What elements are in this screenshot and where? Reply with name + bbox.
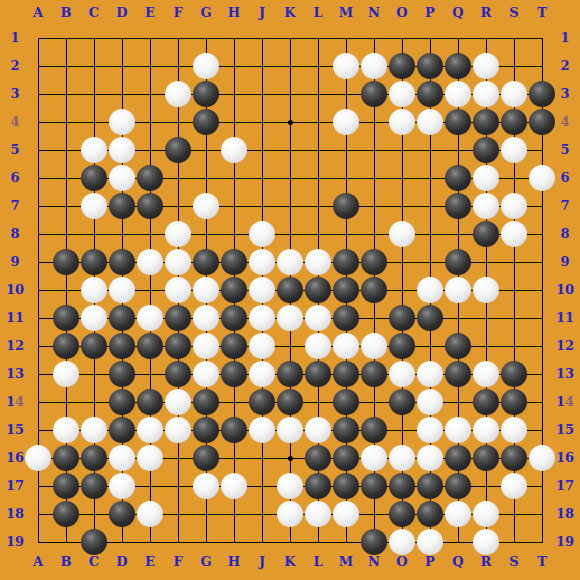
row-label-right: 9 — [550, 254, 580, 270]
row-label-left: 8 — [0, 226, 30, 242]
row-label-left: 1 — [0, 30, 30, 46]
row-label-right: 6 — [550, 170, 580, 186]
white-stone — [165, 277, 191, 303]
black-stone — [389, 473, 415, 499]
white-stone — [417, 277, 443, 303]
black-stone — [221, 249, 247, 275]
white-stone — [165, 417, 191, 443]
white-stone — [109, 109, 135, 135]
white-stone — [445, 81, 471, 107]
white-stone — [473, 165, 499, 191]
white-stone — [109, 165, 135, 191]
black-stone — [193, 109, 219, 135]
column-label-bottom: B — [52, 554, 80, 570]
column-label-bottom: C — [80, 554, 108, 570]
black-stone — [333, 305, 359, 331]
white-stone — [473, 277, 499, 303]
white-stone — [193, 305, 219, 331]
white-stone — [473, 53, 499, 79]
black-stone — [109, 193, 135, 219]
black-stone — [389, 305, 415, 331]
row-label-left: 2 — [0, 58, 30, 74]
white-stone — [389, 445, 415, 471]
white-stone — [361, 53, 387, 79]
black-stone — [249, 389, 275, 415]
black-stone — [81, 529, 107, 555]
black-stone — [165, 305, 191, 331]
white-stone — [221, 473, 247, 499]
row-label-left: 3 — [0, 86, 30, 102]
column-label-top: N — [360, 5, 388, 21]
white-stone — [305, 501, 331, 527]
white-stone — [389, 361, 415, 387]
row-label-right: 3 — [550, 86, 580, 102]
row-label-right: 2 — [550, 58, 580, 74]
white-stone — [221, 137, 247, 163]
column-label-top: D — [108, 5, 136, 21]
white-stone — [249, 277, 275, 303]
column-label-bottom: Q — [444, 554, 472, 570]
row-label-right: 18 — [550, 506, 580, 522]
black-stone — [501, 445, 527, 471]
black-stone — [417, 501, 443, 527]
black-stone — [109, 333, 135, 359]
column-label-bottom: D — [108, 554, 136, 570]
column-label-top: J — [248, 5, 276, 21]
column-label-bottom: G — [192, 554, 220, 570]
column-label-top: T — [528, 5, 556, 21]
black-stone — [445, 109, 471, 135]
black-stone — [501, 389, 527, 415]
column-label-bottom: S — [500, 554, 528, 570]
star-point — [288, 120, 293, 125]
white-stone — [249, 221, 275, 247]
row-label-right: 7 — [550, 198, 580, 214]
row-label-left: 11 — [0, 310, 30, 326]
column-label-bottom: K — [276, 554, 304, 570]
white-stone — [277, 249, 303, 275]
column-label-top: O — [388, 5, 416, 21]
white-stone — [501, 193, 527, 219]
black-stone — [501, 109, 527, 135]
black-stone — [137, 165, 163, 191]
row-label-right: 14 — [550, 394, 580, 410]
column-label-bottom: H — [220, 554, 248, 570]
column-label-top: L — [304, 5, 332, 21]
black-stone — [193, 249, 219, 275]
white-stone — [389, 81, 415, 107]
white-stone — [193, 473, 219, 499]
column-label-bottom: L — [304, 554, 332, 570]
black-stone — [165, 361, 191, 387]
black-stone — [137, 193, 163, 219]
black-stone — [277, 389, 303, 415]
black-stone — [333, 445, 359, 471]
black-stone — [277, 277, 303, 303]
black-stone — [221, 333, 247, 359]
column-label-top: C — [80, 5, 108, 21]
white-stone — [445, 277, 471, 303]
black-stone — [193, 445, 219, 471]
white-stone — [137, 445, 163, 471]
white-stone — [109, 277, 135, 303]
black-stone — [445, 445, 471, 471]
column-label-top: R — [472, 5, 500, 21]
white-stone — [501, 473, 527, 499]
white-stone — [277, 501, 303, 527]
black-stone — [221, 277, 247, 303]
white-stone — [473, 193, 499, 219]
white-stone — [193, 277, 219, 303]
white-stone — [137, 501, 163, 527]
row-label-left: 16 — [0, 450, 30, 466]
white-stone — [333, 53, 359, 79]
white-stone — [501, 417, 527, 443]
white-stone — [417, 445, 443, 471]
column-label-bottom: M — [332, 554, 360, 570]
black-stone — [305, 445, 331, 471]
black-stone — [109, 389, 135, 415]
black-stone — [305, 361, 331, 387]
white-stone — [417, 361, 443, 387]
go-board: ABCDEFGHJKLMNOPQRST ABCDEFGHJKLMNOPQRST … — [0, 0, 580, 580]
star-point — [288, 456, 293, 461]
black-stone — [361, 249, 387, 275]
column-label-top: A — [24, 5, 52, 21]
row-label-right: 10 — [550, 282, 580, 298]
black-stone — [109, 417, 135, 443]
white-stone — [165, 81, 191, 107]
black-stone — [389, 333, 415, 359]
row-label-left: 12 — [0, 338, 30, 354]
row-label-right: 1 — [550, 30, 580, 46]
white-stone — [445, 501, 471, 527]
white-stone — [249, 361, 275, 387]
row-label-left: 15 — [0, 422, 30, 438]
black-stone — [333, 361, 359, 387]
column-label-bottom: F — [164, 554, 192, 570]
black-stone — [417, 305, 443, 331]
white-stone — [81, 417, 107, 443]
white-stone — [277, 473, 303, 499]
white-stone — [81, 137, 107, 163]
column-label-top: B — [52, 5, 80, 21]
black-stone — [81, 445, 107, 471]
black-stone — [81, 165, 107, 191]
white-stone — [305, 305, 331, 331]
black-stone — [109, 305, 135, 331]
black-stone — [501, 361, 527, 387]
black-stone — [137, 333, 163, 359]
black-stone — [445, 165, 471, 191]
white-stone — [81, 305, 107, 331]
row-label-left: 6 — [0, 170, 30, 186]
black-stone — [389, 53, 415, 79]
white-stone — [361, 445, 387, 471]
white-stone — [137, 305, 163, 331]
white-stone — [445, 417, 471, 443]
black-stone — [109, 361, 135, 387]
black-stone — [333, 389, 359, 415]
white-stone — [53, 417, 79, 443]
black-stone — [361, 277, 387, 303]
black-stone — [473, 389, 499, 415]
column-label-top: S — [500, 5, 528, 21]
black-stone — [333, 277, 359, 303]
row-label-left: 7 — [0, 198, 30, 214]
black-stone — [445, 333, 471, 359]
black-stone — [333, 193, 359, 219]
black-stone — [445, 473, 471, 499]
black-stone — [81, 333, 107, 359]
white-stone — [109, 445, 135, 471]
white-stone — [249, 333, 275, 359]
white-stone — [137, 249, 163, 275]
white-stone — [165, 221, 191, 247]
row-label-right: 5 — [550, 142, 580, 158]
white-stone — [501, 221, 527, 247]
black-stone — [109, 501, 135, 527]
row-label-right: 4 — [550, 114, 580, 130]
black-stone — [81, 249, 107, 275]
black-stone — [305, 473, 331, 499]
white-stone — [81, 193, 107, 219]
black-stone — [445, 193, 471, 219]
black-stone — [417, 473, 443, 499]
white-stone — [361, 333, 387, 359]
column-label-top: K — [276, 5, 304, 21]
column-label-top: F — [164, 5, 192, 21]
black-stone — [53, 305, 79, 331]
white-stone — [249, 417, 275, 443]
white-stone — [473, 417, 499, 443]
row-label-left: 14 — [0, 394, 30, 410]
white-stone — [389, 221, 415, 247]
white-stone — [277, 417, 303, 443]
white-stone — [333, 333, 359, 359]
white-stone — [389, 109, 415, 135]
black-stone — [221, 361, 247, 387]
white-stone — [417, 109, 443, 135]
black-stone — [361, 417, 387, 443]
black-stone — [333, 417, 359, 443]
column-label-top: M — [332, 5, 360, 21]
white-stone — [305, 333, 331, 359]
row-label-right: 8 — [550, 226, 580, 242]
white-stone — [333, 109, 359, 135]
column-label-bottom: P — [416, 554, 444, 570]
column-label-top: P — [416, 5, 444, 21]
black-stone — [193, 389, 219, 415]
column-label-top: H — [220, 5, 248, 21]
column-label-bottom: J — [248, 554, 276, 570]
white-stone — [193, 53, 219, 79]
row-label-right: 13 — [550, 366, 580, 382]
white-stone — [249, 249, 275, 275]
black-stone — [193, 81, 219, 107]
row-label-left: 13 — [0, 366, 30, 382]
white-stone — [333, 501, 359, 527]
row-label-left: 17 — [0, 478, 30, 494]
black-stone — [361, 473, 387, 499]
column-label-top: G — [192, 5, 220, 21]
black-stone — [417, 53, 443, 79]
white-stone — [417, 417, 443, 443]
black-stone — [361, 361, 387, 387]
white-stone — [389, 529, 415, 555]
column-label-bottom: E — [136, 554, 164, 570]
black-stone — [389, 501, 415, 527]
black-stone — [333, 249, 359, 275]
black-stone — [165, 137, 191, 163]
white-stone — [193, 333, 219, 359]
black-stone — [361, 81, 387, 107]
white-stone — [277, 305, 303, 331]
row-label-left: 10 — [0, 282, 30, 298]
black-stone — [81, 473, 107, 499]
black-stone — [445, 249, 471, 275]
black-stone — [53, 473, 79, 499]
column-label-bottom: O — [388, 554, 416, 570]
column-label-top: E — [136, 5, 164, 21]
row-label-left: 19 — [0, 534, 30, 550]
black-stone — [109, 249, 135, 275]
black-stone — [193, 417, 219, 443]
white-stone — [81, 277, 107, 303]
white-stone — [417, 529, 443, 555]
black-stone — [305, 277, 331, 303]
white-stone — [501, 81, 527, 107]
column-label-bottom: R — [472, 554, 500, 570]
column-label-bottom: N — [360, 554, 388, 570]
white-stone — [109, 473, 135, 499]
row-label-right: 16 — [550, 450, 580, 466]
white-stone — [137, 417, 163, 443]
white-stone — [473, 81, 499, 107]
row-label-right: 11 — [550, 310, 580, 326]
white-stone — [109, 137, 135, 163]
black-stone — [53, 333, 79, 359]
black-stone — [53, 501, 79, 527]
white-stone — [501, 137, 527, 163]
column-label-top: Q — [444, 5, 472, 21]
black-stone — [473, 221, 499, 247]
white-stone — [165, 389, 191, 415]
row-label-left: 5 — [0, 142, 30, 158]
white-stone — [473, 501, 499, 527]
row-label-left: 9 — [0, 254, 30, 270]
black-stone — [445, 361, 471, 387]
black-stone — [277, 361, 303, 387]
column-label-bottom: T — [528, 554, 556, 570]
row-label-left: 18 — [0, 506, 30, 522]
white-stone — [305, 249, 331, 275]
black-stone — [361, 529, 387, 555]
black-stone — [473, 445, 499, 471]
row-label-right: 12 — [550, 338, 580, 354]
black-stone — [165, 333, 191, 359]
black-stone — [221, 417, 247, 443]
black-stone — [53, 445, 79, 471]
black-stone — [473, 137, 499, 163]
white-stone — [473, 361, 499, 387]
white-stone — [53, 361, 79, 387]
column-label-bottom: A — [24, 554, 52, 570]
white-stone — [417, 389, 443, 415]
white-stone — [193, 361, 219, 387]
white-stone — [193, 193, 219, 219]
row-label-right: 15 — [550, 422, 580, 438]
black-stone — [473, 109, 499, 135]
black-stone — [137, 389, 163, 415]
black-stone — [417, 81, 443, 107]
black-stone — [333, 473, 359, 499]
white-stone — [305, 417, 331, 443]
row-label-left: 4 — [0, 114, 30, 130]
black-stone — [53, 249, 79, 275]
black-stone — [389, 389, 415, 415]
white-stone — [165, 249, 191, 275]
black-stone — [445, 53, 471, 79]
white-stone — [249, 305, 275, 331]
row-label-right: 17 — [550, 478, 580, 494]
black-stone — [221, 305, 247, 331]
white-stone — [473, 529, 499, 555]
row-label-right: 19 — [550, 534, 580, 550]
